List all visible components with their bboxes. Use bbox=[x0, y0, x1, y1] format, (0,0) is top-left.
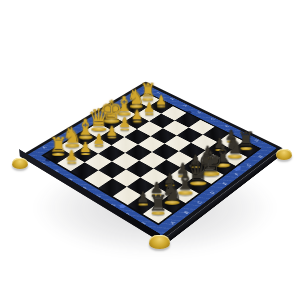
product-photo-scene: AA11BB22CC33DD44EE55FF66GG77HH88 ♜♞♝♛♚♝♞… bbox=[0, 0, 300, 300]
gilded-foot-left bbox=[12, 158, 28, 169]
gold-pawn-a2: ♟ bbox=[57, 149, 85, 163]
gilded-foot-front bbox=[149, 235, 170, 249]
gilded-foot-right bbox=[276, 149, 292, 160]
black-rook-a8: ♜ bbox=[142, 192, 173, 214]
